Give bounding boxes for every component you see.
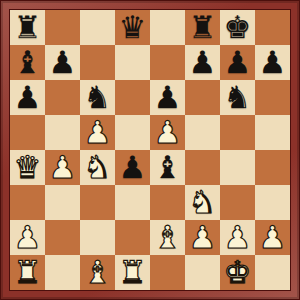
square-b2[interactable] <box>45 220 80 255</box>
square-a2[interactable]: ♟ <box>10 220 45 255</box>
piece-black-pawn[interactable]: ♟ <box>115 150 150 185</box>
square-g3[interactable] <box>220 185 255 220</box>
square-a3[interactable] <box>10 185 45 220</box>
square-f4[interactable] <box>185 150 220 185</box>
piece-white-knight[interactable]: ♞ <box>80 150 115 185</box>
square-b1[interactable] <box>45 255 80 290</box>
square-g7[interactable]: ♟ <box>220 45 255 80</box>
piece-white-pawn[interactable]: ♟ <box>255 220 290 255</box>
piece-white-pawn[interactable]: ♟ <box>150 115 185 150</box>
piece-black-knight[interactable]: ♞ <box>220 80 255 115</box>
square-c4[interactable]: ♞ <box>80 150 115 185</box>
square-f5[interactable] <box>185 115 220 150</box>
piece-black-queen[interactable]: ♛ <box>115 10 150 45</box>
piece-black-rook[interactable]: ♜ <box>185 10 220 45</box>
square-e5[interactable]: ♟ <box>150 115 185 150</box>
piece-white-queen[interactable]: ♛ <box>10 150 45 185</box>
square-h4[interactable] <box>255 150 290 185</box>
square-d3[interactable] <box>115 185 150 220</box>
square-d2[interactable] <box>115 220 150 255</box>
piece-white-rook[interactable]: ♜ <box>10 255 45 290</box>
square-g2[interactable]: ♟ <box>220 220 255 255</box>
piece-black-pawn[interactable]: ♟ <box>45 45 80 80</box>
square-f3[interactable]: ♞ <box>185 185 220 220</box>
square-c3[interactable] <box>80 185 115 220</box>
square-f7[interactable]: ♟ <box>185 45 220 80</box>
square-c7[interactable] <box>80 45 115 80</box>
piece-black-bishop[interactable]: ♝ <box>150 150 185 185</box>
piece-white-bishop[interactable]: ♝ <box>150 220 185 255</box>
chess-board: ♜♛♜♚♝♟♟♟♟♟♞♟♞♟♟♛♟♞♟♝♞♟♝♟♟♟♜♝♜♚ <box>9 9 291 291</box>
square-b4[interactable]: ♟ <box>45 150 80 185</box>
square-e4[interactable]: ♝ <box>150 150 185 185</box>
square-a6[interactable]: ♟ <box>10 80 45 115</box>
square-d7[interactable] <box>115 45 150 80</box>
square-f6[interactable] <box>185 80 220 115</box>
square-a8[interactable]: ♜ <box>10 10 45 45</box>
square-a5[interactable] <box>10 115 45 150</box>
square-c8[interactable] <box>80 10 115 45</box>
piece-black-bishop[interactable]: ♝ <box>10 45 45 80</box>
square-a1[interactable]: ♜ <box>10 255 45 290</box>
square-c6[interactable]: ♞ <box>80 80 115 115</box>
piece-white-pawn[interactable]: ♟ <box>45 150 80 185</box>
square-h7[interactable]: ♟ <box>255 45 290 80</box>
piece-white-pawn[interactable]: ♟ <box>80 115 115 150</box>
square-g4[interactable] <box>220 150 255 185</box>
piece-white-pawn[interactable]: ♟ <box>220 220 255 255</box>
square-h8[interactable] <box>255 10 290 45</box>
square-d4[interactable]: ♟ <box>115 150 150 185</box>
square-d6[interactable] <box>115 80 150 115</box>
piece-black-pawn[interactable]: ♟ <box>150 80 185 115</box>
piece-black-knight[interactable]: ♞ <box>80 80 115 115</box>
square-c1[interactable]: ♝ <box>80 255 115 290</box>
piece-white-pawn[interactable]: ♟ <box>185 220 220 255</box>
board-frame: ♜♛♜♚♝♟♟♟♟♟♞♟♞♟♟♛♟♞♟♝♞♟♝♟♟♟♜♝♜♚ <box>0 0 300 300</box>
square-c5[interactable]: ♟ <box>80 115 115 150</box>
square-f2[interactable]: ♟ <box>185 220 220 255</box>
piece-white-king[interactable]: ♚ <box>220 255 255 290</box>
square-e6[interactable]: ♟ <box>150 80 185 115</box>
square-b8[interactable] <box>45 10 80 45</box>
square-f8[interactable]: ♜ <box>185 10 220 45</box>
piece-black-pawn[interactable]: ♟ <box>10 80 45 115</box>
square-e2[interactable]: ♝ <box>150 220 185 255</box>
piece-black-pawn[interactable]: ♟ <box>185 45 220 80</box>
square-h6[interactable] <box>255 80 290 115</box>
square-b5[interactable] <box>45 115 80 150</box>
square-f1[interactable] <box>185 255 220 290</box>
square-g6[interactable]: ♞ <box>220 80 255 115</box>
square-e7[interactable] <box>150 45 185 80</box>
square-a4[interactable]: ♛ <box>10 150 45 185</box>
square-g1[interactable]: ♚ <box>220 255 255 290</box>
square-d8[interactable]: ♛ <box>115 10 150 45</box>
piece-white-pawn[interactable]: ♟ <box>10 220 45 255</box>
square-d5[interactable] <box>115 115 150 150</box>
piece-white-knight[interactable]: ♞ <box>185 185 220 220</box>
square-b7[interactable]: ♟ <box>45 45 80 80</box>
square-h2[interactable]: ♟ <box>255 220 290 255</box>
square-c2[interactable] <box>80 220 115 255</box>
square-b3[interactable] <box>45 185 80 220</box>
piece-black-pawn[interactable]: ♟ <box>220 45 255 80</box>
square-h1[interactable] <box>255 255 290 290</box>
square-g8[interactable]: ♚ <box>220 10 255 45</box>
square-b6[interactable] <box>45 80 80 115</box>
square-g5[interactable] <box>220 115 255 150</box>
piece-white-rook[interactable]: ♜ <box>115 255 150 290</box>
piece-black-king[interactable]: ♚ <box>220 10 255 45</box>
square-d1[interactable]: ♜ <box>115 255 150 290</box>
square-e1[interactable] <box>150 255 185 290</box>
square-a7[interactable]: ♝ <box>10 45 45 80</box>
square-e8[interactable] <box>150 10 185 45</box>
piece-black-pawn[interactable]: ♟ <box>255 45 290 80</box>
piece-white-bishop[interactable]: ♝ <box>80 255 115 290</box>
square-h3[interactable] <box>255 185 290 220</box>
piece-black-rook[interactable]: ♜ <box>10 10 45 45</box>
square-e3[interactable] <box>150 185 185 220</box>
square-h5[interactable] <box>255 115 290 150</box>
